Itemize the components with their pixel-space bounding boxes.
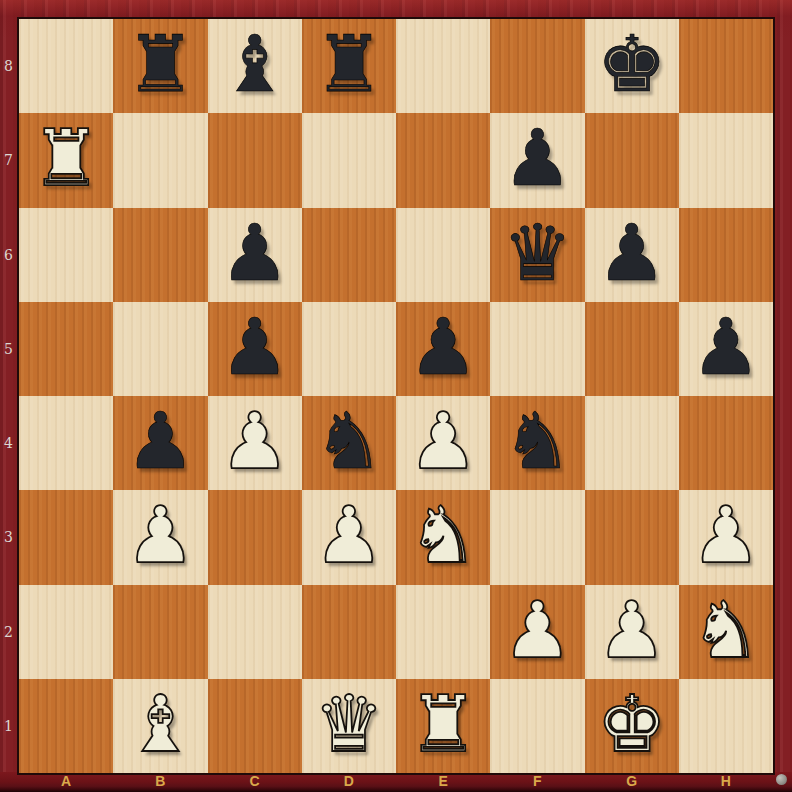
- chess-board: ♜♝♜♚♜♟♟♛♟♟♟♟♟♟♞♟♞♟♟♞♟♟♟♞♝♛♜♚: [17, 17, 775, 775]
- rank-label-8: 8: [0, 19, 17, 113]
- square-g4[interactable]: [585, 396, 679, 490]
- square-a6[interactable]: [19, 208, 113, 302]
- rank-label-3: 3: [0, 490, 17, 584]
- piece-black-pawn[interactable]: ♟: [691, 308, 761, 386]
- piece-white-pawn[interactable]: ♟: [597, 591, 667, 669]
- piece-black-pawn[interactable]: ♟: [502, 119, 572, 197]
- file-label-g: G: [585, 772, 679, 792]
- file-labels: ABCDEFGH: [19, 772, 773, 792]
- square-f6[interactable]: ♛: [490, 208, 584, 302]
- square-e5[interactable]: ♟: [396, 302, 490, 396]
- piece-black-pawn[interactable]: ♟: [408, 308, 478, 386]
- square-b6[interactable]: [113, 208, 207, 302]
- square-a5[interactable]: [19, 302, 113, 396]
- square-f5[interactable]: [490, 302, 584, 396]
- square-f8[interactable]: [490, 19, 584, 113]
- piece-white-queen[interactable]: ♛: [314, 685, 384, 763]
- piece-white-king[interactable]: ♚: [597, 685, 667, 763]
- square-d6[interactable]: [302, 208, 396, 302]
- square-g5[interactable]: [585, 302, 679, 396]
- square-h2[interactable]: ♞: [679, 585, 773, 679]
- rank-label-4: 4: [0, 396, 17, 490]
- square-h4[interactable]: [679, 396, 773, 490]
- square-e6[interactable]: [396, 208, 490, 302]
- square-c1[interactable]: [208, 679, 302, 773]
- square-c8[interactable]: ♝: [208, 19, 302, 113]
- rank-label-2: 2: [0, 585, 17, 679]
- square-g7[interactable]: [585, 113, 679, 207]
- square-b2[interactable]: [113, 585, 207, 679]
- piece-white-bishop[interactable]: ♝: [125, 685, 195, 763]
- piece-black-pawn[interactable]: ♟: [125, 402, 195, 480]
- square-h3[interactable]: ♟: [679, 490, 773, 584]
- square-b8[interactable]: ♜: [113, 19, 207, 113]
- square-d4[interactable]: ♞: [302, 396, 396, 490]
- square-d2[interactable]: [302, 585, 396, 679]
- piece-white-pawn[interactable]: ♟: [408, 402, 478, 480]
- piece-white-pawn[interactable]: ♟: [125, 496, 195, 574]
- file-label-d: D: [302, 772, 396, 792]
- square-f4[interactable]: ♞: [490, 396, 584, 490]
- square-c7[interactable]: [208, 113, 302, 207]
- square-e3[interactable]: ♞: [396, 490, 490, 584]
- rank-label-6: 6: [0, 208, 17, 302]
- square-e4[interactable]: ♟: [396, 396, 490, 490]
- square-c3[interactable]: [208, 490, 302, 584]
- piece-black-pawn[interactable]: ♟: [220, 308, 290, 386]
- piece-white-knight[interactable]: ♞: [691, 591, 761, 669]
- piece-white-rook[interactable]: ♜: [408, 685, 478, 763]
- square-g6[interactable]: ♟: [585, 208, 679, 302]
- square-f3[interactable]: [490, 490, 584, 584]
- piece-white-rook[interactable]: ♜: [31, 119, 101, 197]
- square-d8[interactable]: ♜: [302, 19, 396, 113]
- square-f7[interactable]: ♟: [490, 113, 584, 207]
- piece-black-knight[interactable]: ♞: [314, 402, 384, 480]
- square-f1[interactable]: [490, 679, 584, 773]
- square-d1[interactable]: ♛: [302, 679, 396, 773]
- corner-dot: [776, 774, 787, 785]
- file-label-e: E: [396, 772, 490, 792]
- square-g2[interactable]: ♟: [585, 585, 679, 679]
- square-c5[interactable]: ♟: [208, 302, 302, 396]
- square-b5[interactable]: [113, 302, 207, 396]
- square-b1[interactable]: ♝: [113, 679, 207, 773]
- piece-black-bishop[interactable]: ♝: [220, 25, 290, 103]
- square-b7[interactable]: [113, 113, 207, 207]
- square-g3[interactable]: [585, 490, 679, 584]
- file-label-a: A: [19, 772, 113, 792]
- file-label-b: B: [113, 772, 207, 792]
- piece-black-rook[interactable]: ♜: [314, 25, 384, 103]
- square-d5[interactable]: [302, 302, 396, 396]
- square-e7[interactable]: [396, 113, 490, 207]
- square-a3[interactable]: [19, 490, 113, 584]
- piece-white-pawn[interactable]: ♟: [220, 402, 290, 480]
- piece-black-knight[interactable]: ♞: [502, 402, 572, 480]
- square-g1[interactable]: ♚: [585, 679, 679, 773]
- square-d7[interactable]: [302, 113, 396, 207]
- square-h6[interactable]: [679, 208, 773, 302]
- piece-black-rook[interactable]: ♜: [125, 25, 195, 103]
- square-e1[interactable]: ♜: [396, 679, 490, 773]
- square-h5[interactable]: ♟: [679, 302, 773, 396]
- piece-white-knight[interactable]: ♞: [408, 496, 478, 574]
- square-a4[interactable]: [19, 396, 113, 490]
- piece-white-pawn[interactable]: ♟: [502, 591, 572, 669]
- square-e2[interactable]: [396, 585, 490, 679]
- square-c2[interactable]: [208, 585, 302, 679]
- square-b3[interactable]: ♟: [113, 490, 207, 584]
- piece-white-pawn[interactable]: ♟: [314, 496, 384, 574]
- square-a7[interactable]: ♜: [19, 113, 113, 207]
- square-f2[interactable]: ♟: [490, 585, 584, 679]
- rank-label-7: 7: [0, 113, 17, 207]
- square-a1[interactable]: [19, 679, 113, 773]
- rank-label-5: 5: [0, 302, 17, 396]
- square-g8[interactable]: ♚: [585, 19, 679, 113]
- square-b4[interactable]: ♟: [113, 396, 207, 490]
- square-h8[interactable]: [679, 19, 773, 113]
- square-a8[interactable]: [19, 19, 113, 113]
- square-e8[interactable]: [396, 19, 490, 113]
- square-h1[interactable]: [679, 679, 773, 773]
- square-d3[interactable]: ♟: [302, 490, 396, 584]
- piece-white-pawn[interactable]: ♟: [691, 496, 761, 574]
- rank-labels: 87654321: [0, 19, 17, 773]
- square-c6[interactable]: ♟: [208, 208, 302, 302]
- piece-black-pawn[interactable]: ♟: [597, 214, 667, 292]
- file-label-f: F: [490, 772, 584, 792]
- piece-black-pawn[interactable]: ♟: [220, 214, 290, 292]
- square-c4[interactable]: ♟: [208, 396, 302, 490]
- file-label-h: H: [679, 772, 773, 792]
- rank-label-1: 1: [0, 679, 17, 773]
- square-a2[interactable]: [19, 585, 113, 679]
- piece-black-queen[interactable]: ♛: [502, 214, 572, 292]
- file-label-c: C: [208, 772, 302, 792]
- square-h7[interactable]: [679, 113, 773, 207]
- piece-black-king[interactable]: ♚: [597, 25, 667, 103]
